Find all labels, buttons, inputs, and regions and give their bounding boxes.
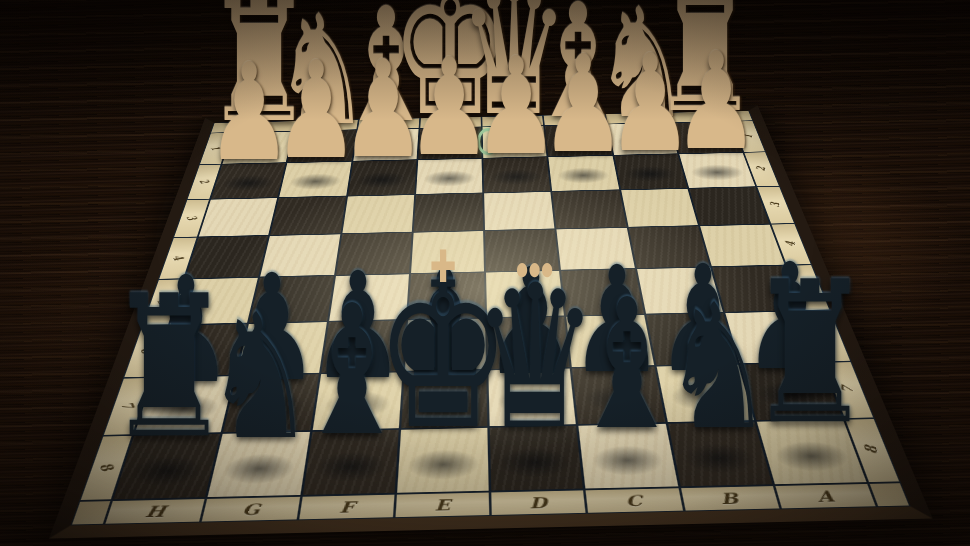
white-pawn-a2[interactable]: ♟ bbox=[642, 36, 790, 170]
file-label-c: C bbox=[585, 487, 684, 513]
file-label-text: E bbox=[434, 496, 450, 514]
rank-label-text: 3 bbox=[184, 214, 200, 222]
file-label-text: F bbox=[339, 498, 355, 516]
square-e3[interactable] bbox=[412, 193, 484, 232]
queen-coronet-balls: ●●● bbox=[516, 260, 553, 279]
file-label-text: H bbox=[143, 502, 167, 520]
square-c3[interactable] bbox=[551, 190, 627, 229]
square-b3[interactable] bbox=[620, 188, 699, 227]
scene: 1122334455667788HGFEDCBA ♜♞♝♚✚♛●●●♝♞♜♟♟♟… bbox=[0, 0, 970, 546]
file-label-text: C bbox=[624, 491, 643, 509]
square-d3[interactable] bbox=[483, 191, 555, 230]
file-label-e: E bbox=[394, 492, 491, 519]
file-label-text: D bbox=[529, 494, 548, 512]
square-a3[interactable] bbox=[688, 187, 770, 226]
square-h3[interactable] bbox=[198, 197, 279, 237]
black-rook-a8[interactable]: ♜ bbox=[736, 255, 884, 451]
square-g3[interactable] bbox=[269, 196, 346, 235]
piece-glyph: ♜ bbox=[747, 255, 872, 451]
file-label-f: F bbox=[297, 494, 395, 521]
file-label-text: A bbox=[814, 487, 836, 505]
file-label-b: B bbox=[679, 485, 781, 511]
file-label-g: G bbox=[201, 496, 301, 523]
pieces-layer: ♜♞♝♚✚♛●●●♝♞♜♟♟♟♟♟♟♟♟♟♟♟♟♟♟♟♟♜♞♝♚✚♛●●●♝♞♜ bbox=[0, 0, 970, 546]
file-label-a: A bbox=[774, 483, 878, 509]
rank-label-text: 3 bbox=[768, 202, 783, 208]
file-label-text: G bbox=[241, 500, 262, 518]
file-label-text: B bbox=[719, 489, 741, 507]
king-cross-finial: ✚ bbox=[430, 246, 457, 291]
file-label-h: H bbox=[104, 498, 207, 525]
file-label-d: D bbox=[490, 489, 587, 516]
piece-glyph: ♟ bbox=[673, 36, 759, 170]
